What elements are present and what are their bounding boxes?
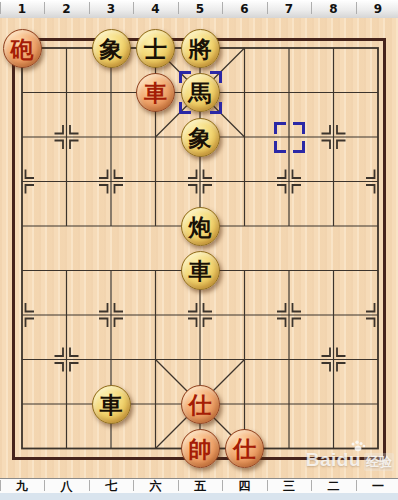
coord-label: 6 [240, 1, 248, 17]
coord-tick [44, 2, 45, 14]
coord-label: 六 [150, 479, 162, 493]
piece-black-cannon[interactable]: 炮 [181, 207, 220, 246]
coord-label: 4 [151, 1, 159, 17]
coord-tick [311, 2, 312, 14]
board-intersection: 車 [89, 382, 134, 427]
piece-red-advisor[interactable]: 仕 [181, 385, 220, 424]
coord-label: 一 [372, 479, 384, 493]
coord-tick [311, 480, 312, 491]
coord-label: 三 [283, 479, 295, 493]
coord-tick [222, 2, 223, 14]
coord-tick [356, 480, 357, 491]
coord-label: 二 [328, 479, 340, 493]
move-marker-selected[interactable] [179, 71, 222, 114]
piece-black-general[interactable]: 將 [181, 29, 220, 68]
coord-tick [89, 2, 90, 14]
board-intersection: 車 [133, 70, 178, 115]
board-intersection: 象 [178, 115, 223, 160]
coord-label: 5 [196, 1, 204, 17]
coord-tick [222, 480, 223, 491]
coord-tick [0, 480, 1, 491]
piece-black-chariot[interactable]: 車 [181, 251, 220, 290]
bottom-coordinate-strip: 九八七六五四三二一 [0, 478, 398, 494]
board-intersection: 仕 [178, 382, 223, 427]
coord-label: 五 [194, 479, 206, 493]
board-intersection: 砲 [0, 26, 44, 71]
board-intersection: 士 [133, 26, 178, 71]
piece-red-chariot[interactable]: 車 [136, 73, 175, 112]
coord-tick [89, 480, 90, 491]
coord-label: 1 [18, 1, 26, 17]
move-marker-origin[interactable] [274, 122, 305, 153]
coord-tick [356, 2, 357, 14]
coord-label: 八 [61, 479, 73, 493]
coord-label: 3 [107, 1, 115, 17]
xiangqi-app: 123456789 砲象士將車馬象炮車車仕帥仕 九八七六五四三二一 Baidu … [0, 0, 398, 500]
coord-tick [44, 480, 45, 491]
piece-black-advisor[interactable]: 士 [136, 29, 175, 68]
top-coordinate-strip: 123456789 [0, 0, 398, 19]
watermark-suffix: 经验 [364, 453, 394, 471]
piece-black-chariot[interactable]: 車 [92, 385, 131, 424]
coord-label: 9 [374, 1, 382, 17]
board-intersection: 仕 [222, 426, 267, 471]
piece-red-king[interactable]: 帥 [181, 429, 220, 468]
coord-label: 九 [16, 479, 28, 493]
footer-band [0, 493, 398, 500]
coord-label: 七 [105, 479, 117, 493]
piece-black-elephant[interactable]: 象 [181, 118, 220, 157]
coord-label: 8 [329, 1, 337, 17]
coord-tick [0, 2, 1, 14]
coord-tick [133, 2, 134, 14]
board-intersection: 車 [178, 248, 223, 293]
coord-label: 2 [62, 1, 70, 17]
paw-icon [350, 440, 366, 452]
coord-tick [178, 2, 179, 14]
board-intersection: 象 [89, 26, 134, 71]
piece-black-elephant[interactable]: 象 [92, 29, 131, 68]
coord-tick [267, 2, 268, 14]
coord-tick [267, 480, 268, 491]
coord-label: 7 [285, 1, 293, 17]
board-intersection: 帥 [178, 426, 223, 471]
piece-red-advisor[interactable]: 仕 [225, 429, 264, 468]
piece-red-cannon[interactable]: 砲 [3, 29, 42, 68]
board-intersection: 將 [178, 26, 223, 71]
baidu-watermark: Baidu 经验 [306, 449, 394, 471]
coord-tick [178, 480, 179, 491]
board-intersection: 炮 [178, 204, 223, 249]
coord-label: 四 [239, 479, 251, 493]
watermark-brand: Baidu [306, 449, 361, 471]
xiangqi-board[interactable]: 砲象士將車馬象炮車車仕帥仕 [0, 18, 398, 478]
coord-tick [133, 480, 134, 491]
